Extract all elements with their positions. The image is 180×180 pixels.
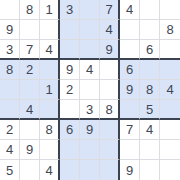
sudoku-cell[interactable]: 6 (120, 60, 140, 80)
sudoku-cell[interactable] (60, 160, 80, 180)
sudoku-cell[interactable] (120, 40, 140, 60)
sudoku-cell[interactable]: 9 (100, 40, 120, 60)
sudoku-cell[interactable] (80, 160, 100, 180)
cell-digit: 6 (146, 43, 153, 56)
sudoku-cell[interactable] (40, 140, 60, 160)
cell-digit: 9 (6, 23, 13, 36)
cell-digit: 2 (26, 63, 33, 76)
cell-digit: 4 (45, 43, 52, 56)
sudoku-cell[interactable]: 3 (60, 0, 80, 20)
sudoku-cell[interactable]: 3 (80, 100, 100, 120)
cell-digit: 9 (26, 143, 33, 156)
cell-digit: 2 (66, 83, 73, 96)
sudoku-cell[interactable] (100, 80, 120, 100)
sudoku-cell[interactable]: 5 (0, 160, 20, 180)
sudoku-cell[interactable]: 9 (80, 120, 100, 140)
sudoku-cell[interactable] (100, 160, 120, 180)
sudoku-cell[interactable]: 6 (60, 120, 80, 140)
sudoku-cell[interactable]: 1 (40, 0, 60, 20)
sudoku-cell[interactable]: 2 (60, 80, 80, 100)
cell-digit: 9 (126, 83, 133, 96)
sudoku-cell[interactable] (20, 160, 40, 180)
sudoku-cell[interactable]: 4 (0, 140, 20, 160)
cell-digit: 4 (126, 3, 133, 16)
sudoku-cell[interactable] (160, 100, 180, 120)
cell-digit: 4 (146, 123, 153, 136)
sudoku-cell[interactable] (100, 140, 120, 160)
cell-digit: 4 (86, 63, 93, 76)
cell-digit: 1 (45, 83, 52, 96)
cell-digit: 9 (105, 43, 112, 56)
sudoku-cell[interactable]: 6 (140, 40, 160, 60)
sudoku-cell[interactable] (40, 20, 60, 40)
sudoku-board: 81374948374968294612984438528697449549 (0, 0, 180, 180)
cell-digit: 7 (26, 43, 33, 56)
sudoku-cell[interactable]: 3 (0, 40, 20, 60)
sudoku-cell[interactable]: 1 (40, 80, 60, 100)
cell-digit: 8 (146, 83, 153, 96)
sudoku-cell[interactable]: 9 (0, 20, 20, 40)
cell-digit: 8 (166, 23, 173, 36)
sudoku-cell[interactable] (120, 140, 140, 160)
cell-digit: 3 (66, 3, 73, 16)
sudoku-cell[interactable] (140, 20, 160, 40)
sudoku-cell[interactable] (0, 80, 20, 100)
sudoku-cell[interactable]: 7 (100, 0, 120, 20)
cell-digit: 7 (105, 3, 112, 16)
sudoku-cell[interactable]: 9 (120, 160, 140, 180)
sudoku-cell[interactable] (20, 20, 40, 40)
cell-digit: 4 (26, 103, 33, 116)
sudoku-cell[interactable]: 8 (20, 0, 40, 20)
sudoku-cell[interactable] (20, 120, 40, 140)
cell-digit: 6 (126, 63, 133, 76)
cell-digit: 4 (105, 23, 112, 36)
sudoku-cell[interactable]: 4 (160, 80, 180, 100)
sudoku-cell[interactable] (0, 0, 20, 20)
cell-digit: 8 (26, 3, 33, 16)
sudoku-cell[interactable] (40, 60, 60, 80)
sudoku-cell[interactable] (100, 60, 120, 80)
sudoku-cell[interactable]: 8 (140, 80, 160, 100)
cell-digit: 8 (45, 123, 52, 136)
cell-digit: 5 (6, 164, 13, 177)
sudoku-cell[interactable] (60, 100, 80, 120)
sudoku-cell[interactable]: 4 (40, 160, 60, 180)
cell-digit: 1 (45, 3, 52, 16)
sudoku-cell[interactable] (160, 160, 180, 180)
cell-digit: 3 (86, 103, 93, 116)
sudoku-cell[interactable]: 9 (60, 60, 80, 80)
sudoku-cell[interactable] (60, 40, 80, 60)
cell-digit: 7 (126, 123, 133, 136)
sudoku-cell[interactable] (140, 0, 160, 20)
sudoku-cell[interactable] (60, 140, 80, 160)
sudoku-cell[interactable] (160, 60, 180, 80)
sudoku-cell[interactable]: 4 (120, 0, 140, 20)
sudoku-cell[interactable]: 2 (0, 120, 20, 140)
cell-digit: 3 (6, 43, 13, 56)
sudoku-cell[interactable]: 7 (120, 120, 140, 140)
sudoku-cell[interactable] (80, 20, 100, 40)
sudoku-cell[interactable] (20, 80, 40, 100)
sudoku-cell[interactable]: 4 (100, 20, 120, 40)
sudoku-cell[interactable]: 4 (80, 60, 100, 80)
cell-digit: 9 (126, 164, 133, 177)
sudoku-cell[interactable]: 4 (20, 100, 40, 120)
cell-digit: 5 (146, 103, 153, 116)
sudoku-cell[interactable]: 4 (140, 120, 160, 140)
sudoku-cell[interactable]: 8 (160, 20, 180, 40)
sudoku-cell[interactable] (160, 0, 180, 20)
sudoku-cell[interactable]: 9 (120, 80, 140, 100)
sudoku-cell[interactable] (140, 160, 160, 180)
sudoku-cell[interactable]: 8 (40, 120, 60, 140)
sudoku-cell[interactable]: 9 (20, 140, 40, 160)
cell-digit: 4 (166, 83, 173, 96)
sudoku-cell[interactable] (80, 140, 100, 160)
cell-digit: 8 (105, 103, 112, 116)
sudoku-cell[interactable]: 8 (100, 100, 120, 120)
sudoku-cell[interactable] (160, 120, 180, 140)
sudoku-cell[interactable] (160, 140, 180, 160)
sudoku-cell[interactable]: 5 (140, 100, 160, 120)
sudoku-cell[interactable] (120, 100, 140, 120)
sudoku-cell[interactable]: 2 (20, 60, 40, 80)
sudoku-cell[interactable] (80, 80, 100, 100)
cell-digit: 8 (6, 63, 13, 76)
sudoku-cell[interactable] (60, 20, 80, 40)
cell-digit: 4 (6, 143, 13, 156)
sudoku-cell[interactable] (40, 100, 60, 120)
sudoku-cell[interactable] (80, 40, 100, 60)
sudoku-cell[interactable] (0, 100, 20, 120)
sudoku-cell[interactable] (80, 0, 100, 20)
sudoku-cell[interactable]: 8 (0, 60, 20, 80)
sudoku-cell[interactable]: 4 (40, 40, 60, 60)
sudoku-cell[interactable] (120, 20, 140, 40)
sudoku-cell[interactable] (140, 140, 160, 160)
sudoku-cell[interactable] (140, 60, 160, 80)
cell-digit: 4 (45, 164, 52, 177)
cell-digit: 9 (86, 123, 93, 136)
sudoku-cell[interactable]: 7 (20, 40, 40, 60)
cell-digit: 2 (6, 123, 13, 136)
sudoku-cell[interactable] (160, 40, 180, 60)
cell-digit: 9 (66, 63, 73, 76)
cell-digit: 6 (66, 123, 73, 136)
sudoku-cell[interactable] (100, 120, 120, 140)
